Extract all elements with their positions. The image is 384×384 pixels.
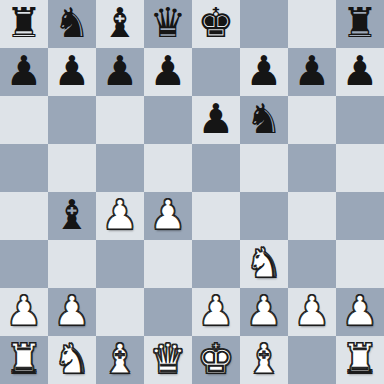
square-a6[interactable] [0,96,48,144]
white-queen[interactable]: ♛ [150,335,187,383]
square-e8[interactable]: ♚ [192,0,240,48]
black-rook[interactable]: ♜ [342,0,379,47]
square-a1[interactable]: ♜ [0,336,48,384]
white-pawn[interactable]: ♟ [294,287,331,335]
square-d7[interactable]: ♟ [144,48,192,96]
square-c6[interactable] [96,96,144,144]
square-b5[interactable] [48,144,96,192]
square-f2[interactable]: ♟ [240,288,288,336]
square-d3[interactable] [144,240,192,288]
white-pawn[interactable]: ♟ [342,287,379,335]
square-g1[interactable] [288,336,336,384]
square-b8[interactable]: ♞ [48,0,96,48]
square-a2[interactable]: ♟ [0,288,48,336]
square-c1[interactable]: ♝ [96,336,144,384]
white-bishop[interactable]: ♝ [102,335,139,383]
white-pawn[interactable]: ♟ [150,191,187,239]
square-g4[interactable] [288,192,336,240]
square-b1[interactable]: ♞ [48,336,96,384]
square-e6[interactable]: ♟ [192,96,240,144]
white-pawn[interactable]: ♟ [198,287,235,335]
black-rook[interactable]: ♜ [6,0,43,47]
white-rook[interactable]: ♜ [342,335,379,383]
black-pawn[interactable]: ♟ [150,47,187,95]
chess-board: ♜♞♝♛♚♜♟♟♟♟♟♟♟♟♞♝♟♟♞♟♟♟♟♟♟♜♞♝♛♚♝♜ [0,0,384,384]
black-knight[interactable]: ♞ [54,0,91,47]
square-h1[interactable]: ♜ [336,336,384,384]
square-c7[interactable]: ♟ [96,48,144,96]
square-a8[interactable]: ♜ [0,0,48,48]
square-f1[interactable]: ♝ [240,336,288,384]
white-rook[interactable]: ♜ [6,335,43,383]
square-a4[interactable] [0,192,48,240]
square-e5[interactable] [192,144,240,192]
black-queen[interactable]: ♛ [150,0,187,47]
white-pawn[interactable]: ♟ [6,287,43,335]
square-g7[interactable]: ♟ [288,48,336,96]
square-a7[interactable]: ♟ [0,48,48,96]
square-d6[interactable] [144,96,192,144]
black-pawn[interactable]: ♟ [54,47,91,95]
square-h2[interactable]: ♟ [336,288,384,336]
square-f3[interactable]: ♞ [240,240,288,288]
white-bishop[interactable]: ♝ [246,335,283,383]
black-pawn[interactable]: ♟ [246,47,283,95]
square-e2[interactable]: ♟ [192,288,240,336]
white-pawn[interactable]: ♟ [102,191,139,239]
square-h4[interactable] [336,192,384,240]
square-b2[interactable]: ♟ [48,288,96,336]
square-d1[interactable]: ♛ [144,336,192,384]
square-d8[interactable]: ♛ [144,0,192,48]
square-e7[interactable] [192,48,240,96]
square-g2[interactable]: ♟ [288,288,336,336]
white-pawn[interactable]: ♟ [54,287,91,335]
square-d2[interactable] [144,288,192,336]
square-c8[interactable]: ♝ [96,0,144,48]
square-h7[interactable]: ♟ [336,48,384,96]
black-bishop[interactable]: ♝ [54,191,91,239]
black-knight[interactable]: ♞ [246,95,283,143]
square-f5[interactable] [240,144,288,192]
white-pawn[interactable]: ♟ [246,287,283,335]
black-pawn[interactable]: ♟ [198,95,235,143]
black-pawn[interactable]: ♟ [294,47,331,95]
square-a5[interactable] [0,144,48,192]
square-a3[interactable] [0,240,48,288]
square-g8[interactable] [288,0,336,48]
black-pawn[interactable]: ♟ [102,47,139,95]
square-h3[interactable] [336,240,384,288]
square-b6[interactable] [48,96,96,144]
square-f4[interactable] [240,192,288,240]
square-h5[interactable] [336,144,384,192]
black-bishop[interactable]: ♝ [102,0,139,47]
square-b7[interactable]: ♟ [48,48,96,96]
square-e1[interactable]: ♚ [192,336,240,384]
square-e3[interactable] [192,240,240,288]
square-d4[interactable]: ♟ [144,192,192,240]
square-h8[interactable]: ♜ [336,0,384,48]
square-c2[interactable] [96,288,144,336]
white-knight[interactable]: ♞ [54,335,91,383]
white-king[interactable]: ♚ [198,335,235,383]
square-c5[interactable] [96,144,144,192]
black-pawn[interactable]: ♟ [6,47,43,95]
square-h6[interactable] [336,96,384,144]
black-pawn[interactable]: ♟ [342,47,379,95]
white-knight[interactable]: ♞ [246,239,283,287]
black-king[interactable]: ♚ [198,0,235,47]
square-g3[interactable] [288,240,336,288]
square-g6[interactable] [288,96,336,144]
square-g5[interactable] [288,144,336,192]
square-e4[interactable] [192,192,240,240]
square-d5[interactable] [144,144,192,192]
square-f8[interactable] [240,0,288,48]
square-b3[interactable] [48,240,96,288]
square-b4[interactable]: ♝ [48,192,96,240]
square-f6[interactable]: ♞ [240,96,288,144]
square-c4[interactable]: ♟ [96,192,144,240]
square-f7[interactable]: ♟ [240,48,288,96]
square-c3[interactable] [96,240,144,288]
